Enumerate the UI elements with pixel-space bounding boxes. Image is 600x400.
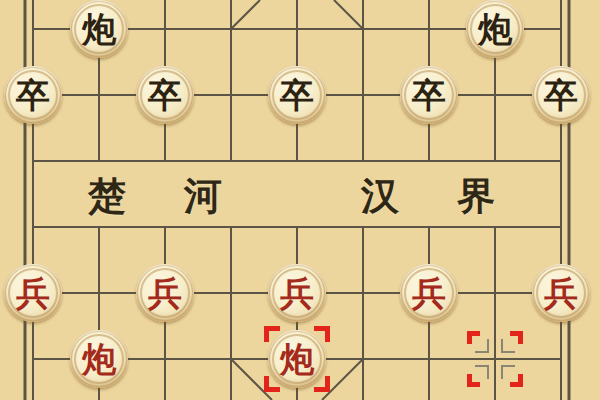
palace-diagonal	[334, 0, 363, 29]
piece-black-cannon[interactable]: 炮	[70, 0, 128, 58]
piece-red-soldier[interactable]: 兵	[136, 264, 194, 322]
piece-red-cannon[interactable]: 炮	[70, 330, 128, 388]
point-mark-icon	[475, 339, 489, 353]
piece-black-soldier[interactable]: 卒	[532, 66, 590, 124]
piece-glyph: 兵	[148, 276, 182, 310]
bracket-corner-icon	[264, 376, 280, 392]
piece-black-cannon[interactable]: 炮	[466, 0, 524, 58]
piece-red-soldier[interactable]: 兵	[268, 264, 326, 322]
bracket-corner-icon	[314, 376, 330, 392]
piece-black-soldier[interactable]: 卒	[268, 66, 326, 124]
point-mark-icon	[475, 365, 489, 379]
piece-glyph: 炮	[478, 12, 512, 46]
piece-glyph: 兵	[544, 276, 578, 310]
palace-diagonal	[231, 0, 260, 29]
piece-black-soldier[interactable]: 卒	[400, 66, 458, 124]
piece-glyph: 兵	[280, 276, 314, 310]
piece-glyph: 卒	[16, 78, 50, 112]
piece-glyph: 兵	[412, 276, 446, 310]
river-label-han-jie: 汉界	[361, 177, 553, 215]
piece-glyph: 兵	[16, 276, 50, 310]
piece-red-soldier[interactable]: 兵	[532, 264, 590, 322]
selected-piece-brackets	[264, 326, 330, 392]
bracket-corner-icon	[264, 326, 280, 342]
river-label-chu-he: 楚河	[88, 177, 280, 215]
point-mark-icon	[501, 365, 515, 379]
piece-glyph: 卒	[148, 78, 182, 112]
piece-black-soldier[interactable]: 卒	[136, 66, 194, 124]
point-mark-icon	[501, 339, 515, 353]
piece-red-soldier[interactable]: 兵	[4, 264, 62, 322]
piece-glyph: 卒	[412, 78, 446, 112]
xiangqi-board[interactable]: 楚河 汉界 炮炮卒卒卒卒卒兵兵兵兵兵炮炮	[0, 0, 600, 400]
piece-glyph: 炮	[82, 12, 116, 46]
piece-glyph: 卒	[280, 78, 314, 112]
piece-red-soldier[interactable]: 兵	[400, 264, 458, 322]
piece-black-soldier[interactable]: 卒	[4, 66, 62, 124]
piece-glyph: 卒	[544, 78, 578, 112]
piece-glyph: 炮	[82, 342, 116, 376]
bracket-corner-icon	[314, 326, 330, 342]
move-from-marker	[467, 331, 523, 387]
